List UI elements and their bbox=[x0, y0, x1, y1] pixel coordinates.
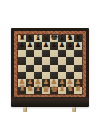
square-g6[interactable] bbox=[66, 50, 74, 57]
piece-white-knight: ♞ bbox=[26, 86, 33, 92]
chess-table: ♜♞♝♛♚♝♞♜♟♟♟♟♟♟♟♟♟♟♟♟♟♟♟♟♜♞♝♛♚♝♞♜ bbox=[11, 28, 89, 107]
square-a8[interactable]: ♜ bbox=[18, 35, 26, 42]
square-c8[interactable]: ♝ bbox=[34, 35, 42, 42]
piece-white-bishop: ♝ bbox=[34, 86, 41, 92]
square-h2[interactable]: ♟ bbox=[74, 79, 82, 86]
square-g1[interactable]: ♞ bbox=[66, 87, 74, 94]
square-a1[interactable]: ♜ bbox=[18, 87, 26, 94]
square-b7[interactable]: ♟ bbox=[26, 42, 34, 49]
square-b1[interactable]: ♞ bbox=[26, 87, 34, 94]
square-f6[interactable] bbox=[58, 50, 66, 57]
square-f4[interactable] bbox=[58, 65, 66, 72]
square-g4[interactable] bbox=[66, 65, 74, 72]
piece-white-pawn: ♟ bbox=[67, 79, 73, 85]
photo-background: ♜♞♝♛♚♝♞♜♟♟♟♟♟♟♟♟♟♟♟♟♟♟♟♟♜♞♝♛♚♝♞♜ bbox=[0, 0, 100, 133]
square-d1[interactable]: ♛ bbox=[42, 87, 50, 94]
square-c1[interactable]: ♝ bbox=[34, 87, 42, 94]
piece-white-pawn: ♟ bbox=[75, 79, 81, 85]
square-e3[interactable] bbox=[50, 72, 58, 79]
piece-black-pawn: ♟ bbox=[75, 42, 81, 48]
piece-black-bishop: ♝ bbox=[34, 35, 41, 41]
piece-white-pawn: ♟ bbox=[59, 79, 65, 85]
square-a4[interactable] bbox=[18, 65, 26, 72]
square-c5[interactable] bbox=[34, 57, 42, 64]
square-b5[interactable] bbox=[26, 57, 34, 64]
square-g2[interactable]: ♟ bbox=[66, 79, 74, 86]
square-c3[interactable] bbox=[34, 72, 42, 79]
square-h4[interactable] bbox=[74, 65, 82, 72]
piece-white-queen: ♛ bbox=[42, 86, 50, 92]
square-d5[interactable] bbox=[42, 57, 50, 64]
square-g7[interactable]: ♟ bbox=[66, 42, 74, 49]
square-b8[interactable]: ♞ bbox=[26, 35, 34, 42]
square-h3[interactable] bbox=[74, 72, 82, 79]
square-h8[interactable]: ♜ bbox=[74, 35, 82, 42]
square-d4[interactable] bbox=[42, 65, 50, 72]
square-c4[interactable] bbox=[34, 65, 42, 72]
square-g5[interactable] bbox=[66, 57, 74, 64]
square-f5[interactable] bbox=[58, 57, 66, 64]
piece-black-queen: ♛ bbox=[42, 34, 50, 40]
piece-black-pawn: ♟ bbox=[51, 42, 57, 48]
square-e1[interactable]: ♚ bbox=[50, 87, 58, 94]
square-h6[interactable] bbox=[74, 50, 82, 57]
square-e2[interactable]: ♟ bbox=[50, 79, 58, 86]
piece-white-rook: ♜ bbox=[19, 86, 26, 92]
piece-black-pawn: ♟ bbox=[43, 42, 49, 48]
square-f2[interactable]: ♟ bbox=[58, 79, 66, 86]
square-b3[interactable] bbox=[26, 72, 34, 79]
square-c6[interactable] bbox=[34, 50, 42, 57]
square-f7[interactable]: ♟ bbox=[58, 42, 66, 49]
square-a3[interactable] bbox=[18, 72, 26, 79]
piece-black-pawn: ♟ bbox=[35, 42, 41, 48]
square-a7[interactable]: ♟ bbox=[18, 42, 26, 49]
piece-white-knight: ♞ bbox=[66, 86, 73, 92]
table-foot-left bbox=[23, 107, 27, 112]
square-c7[interactable]: ♟ bbox=[34, 42, 42, 49]
piece-black-king: ♚ bbox=[50, 34, 58, 40]
square-f1[interactable]: ♝ bbox=[58, 87, 66, 94]
piece-white-bishop: ♝ bbox=[58, 86, 65, 92]
board-border: ♜♞♝♛♚♝♞♜♟♟♟♟♟♟♟♟♟♟♟♟♟♟♟♟♜♞♝♛♚♝♞♜ bbox=[14, 31, 86, 97]
square-d3[interactable] bbox=[42, 72, 50, 79]
square-e7[interactable]: ♟ bbox=[50, 42, 58, 49]
square-e4[interactable] bbox=[50, 65, 58, 72]
square-h5[interactable] bbox=[74, 57, 82, 64]
square-b6[interactable] bbox=[26, 50, 34, 57]
square-a5[interactable] bbox=[18, 57, 26, 64]
piece-black-pawn: ♟ bbox=[19, 42, 25, 48]
piece-white-pawn: ♟ bbox=[19, 79, 25, 85]
piece-black-bishop: ♝ bbox=[58, 35, 65, 41]
piece-white-king: ♚ bbox=[50, 86, 58, 92]
square-h1[interactable]: ♜ bbox=[74, 87, 82, 94]
square-c2[interactable]: ♟ bbox=[34, 79, 42, 86]
piece-white-pawn: ♟ bbox=[35, 79, 41, 85]
piece-white-rook: ♜ bbox=[75, 86, 82, 92]
square-d6[interactable] bbox=[42, 50, 50, 57]
square-h7[interactable]: ♟ bbox=[74, 42, 82, 49]
table-foot-right bbox=[72, 107, 76, 112]
square-e6[interactable] bbox=[50, 50, 58, 57]
square-d8[interactable]: ♛ bbox=[42, 35, 50, 42]
square-b4[interactable] bbox=[26, 65, 34, 72]
square-f8[interactable]: ♝ bbox=[58, 35, 66, 42]
square-g3[interactable] bbox=[66, 72, 74, 79]
piece-black-rook: ♜ bbox=[19, 35, 26, 41]
chess-board: ♜♞♝♛♚♝♞♜♟♟♟♟♟♟♟♟♟♟♟♟♟♟♟♟♜♞♝♛♚♝♞♜ bbox=[18, 35, 82, 94]
piece-black-knight: ♞ bbox=[26, 35, 33, 41]
square-d7[interactable]: ♟ bbox=[42, 42, 50, 49]
square-e8[interactable]: ♚ bbox=[50, 35, 58, 42]
square-a2[interactable]: ♟ bbox=[18, 79, 26, 86]
piece-black-rook: ♜ bbox=[75, 35, 82, 41]
square-d2[interactable]: ♟ bbox=[42, 79, 50, 86]
piece-black-pawn: ♟ bbox=[59, 42, 65, 48]
square-a6[interactable] bbox=[18, 50, 26, 57]
square-b2[interactable]: ♟ bbox=[26, 79, 34, 86]
piece-white-pawn: ♟ bbox=[43, 79, 49, 85]
square-g8[interactable]: ♞ bbox=[66, 35, 74, 42]
square-f3[interactable] bbox=[58, 72, 66, 79]
piece-black-pawn: ♟ bbox=[27, 42, 33, 48]
piece-white-pawn: ♟ bbox=[27, 79, 33, 85]
square-e5[interactable] bbox=[50, 57, 58, 64]
piece-white-pawn: ♟ bbox=[51, 79, 57, 85]
piece-black-knight: ♞ bbox=[66, 35, 73, 41]
piece-black-pawn: ♟ bbox=[67, 42, 73, 48]
